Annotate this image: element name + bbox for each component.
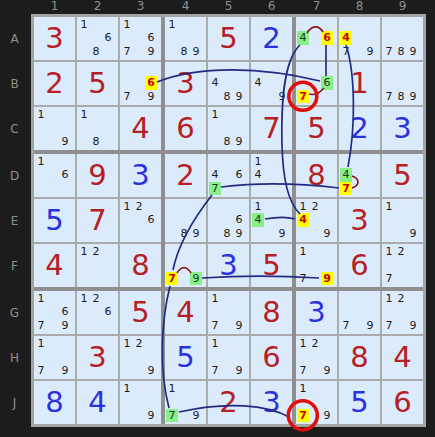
candidate-1-G9[interactable]: 1 (383, 292, 395, 305)
candidate-4-E7[interactable]: 4 (297, 213, 309, 226)
candidate-2-E3[interactable]: 2 (133, 200, 145, 213)
candidate-slot (276, 63, 288, 76)
candidate-9-B9[interactable]: 9 (407, 90, 419, 103)
candidate-slot (90, 121, 102, 134)
cell-J8[interactable]: 5 (339, 381, 380, 424)
candidate-7-A3[interactable]: 7 (121, 45, 133, 58)
cell-J5[interactable]: 2 (208, 381, 249, 424)
cell-H4[interactable]: 5 (165, 336, 206, 379)
candidate-slot (190, 18, 202, 31)
candidate-slot (133, 63, 145, 76)
cell-J2[interactable]: 4 (77, 381, 118, 424)
candidate-9-E6[interactable]: 9 (276, 227, 288, 240)
candidate-1-C5[interactable]: 1 (209, 108, 221, 121)
candidate-2-F9[interactable]: 2 (395, 245, 407, 258)
candidate-slot (395, 18, 407, 31)
candidate-slot (321, 350, 333, 363)
cell-A6[interactable]: 2 (251, 17, 292, 60)
candidate-slot (90, 31, 102, 44)
candidate-7-D8[interactable]: 7 (340, 182, 352, 195)
candidate-7-A8[interactable]: 7 (340, 45, 352, 58)
candidate-slot (178, 200, 190, 213)
cell-G9[interactable]: 1279 (382, 291, 423, 334)
candidate-slot (383, 31, 395, 44)
candidate-slot (35, 168, 47, 181)
candidate-2-H3[interactable]: 2 (133, 337, 145, 350)
candidate-slot (221, 200, 233, 213)
candidate-slot (209, 350, 221, 363)
cell-J4[interactable]: 179 (165, 381, 206, 424)
candidate-slot (309, 31, 321, 44)
candidate-slot (221, 292, 233, 305)
cell-C8[interactable]: 2 (339, 107, 380, 150)
candidate-slot (209, 213, 221, 226)
candidate-6-A7[interactable]: 6 (321, 31, 333, 44)
candidate-slot (352, 182, 364, 195)
cell-G3[interactable]: 5 (120, 291, 161, 334)
candidate-4-A7[interactable]: 4 (297, 31, 309, 44)
candidate-7-G5[interactable]: 7 (209, 319, 221, 332)
cell-E3[interactable]: 126 (120, 199, 161, 242)
candidate-slot (102, 121, 114, 134)
candidate-6-B7[interactable]: 6 (321, 76, 333, 89)
box-3: 46479789671789523 (296, 17, 423, 150)
row-label-E: E (0, 214, 29, 228)
cell-C9[interactable]: 3 (382, 107, 423, 150)
candidate-9-E5[interactable]: 9 (233, 227, 245, 240)
candidate-9-B6[interactable]: 9 (276, 90, 288, 103)
value-D2: 9 (77, 154, 118, 197)
candidate-8-E5[interactable]: 8 (221, 227, 233, 240)
column-label-7: 7 (313, 0, 321, 13)
candidates-A2: 168 (77, 17, 118, 60)
cell-B1[interactable]: 2 (34, 62, 75, 105)
candidate-slot (383, 227, 395, 240)
candidate-1-F9[interactable]: 1 (383, 245, 395, 258)
candidate-1-E7[interactable]: 1 (297, 200, 309, 213)
cell-F2[interactable]: 12 (77, 244, 118, 287)
candidate-9-J7[interactable]: 9 (321, 409, 333, 422)
row-label-G: G (0, 306, 29, 320)
candidate-slot (297, 227, 309, 240)
candidates-B3: 679 (120, 62, 161, 105)
candidate-7-B3[interactable]: 7 (121, 90, 133, 103)
candidate-7-B7[interactable]: 7 (297, 90, 309, 103)
candidate-9-J4[interactable]: 9 (190, 409, 202, 422)
candidate-8-B5[interactable]: 8 (221, 90, 233, 103)
candidates-B9: 789 (382, 62, 423, 105)
cell-D2[interactable]: 9 (77, 154, 118, 197)
candidate-4-B6[interactable]: 4 (252, 76, 264, 89)
candidate-1-E3[interactable]: 1 (121, 200, 133, 213)
candidate-9-E4[interactable]: 9 (190, 227, 202, 240)
candidate-slot (133, 227, 145, 240)
candidate-9-C5[interactable]: 9 (233, 135, 245, 148)
candidate-slot (321, 245, 333, 258)
cell-E7[interactable]: 1249 (296, 199, 337, 242)
cell-H9[interactable]: 4 (382, 336, 423, 379)
cell-F8[interactable]: 6 (339, 244, 380, 287)
candidate-1-C1[interactable]: 1 (35, 108, 47, 121)
candidate-slot (407, 18, 419, 31)
cell-B9[interactable]: 789 (382, 62, 423, 105)
candidate-slot (364, 182, 376, 195)
cell-A1[interactable]: 3 (34, 17, 75, 60)
candidate-slot (166, 213, 178, 226)
candidate-6-G2[interactable]: 6 (102, 305, 114, 318)
cell-G1[interactable]: 1679 (34, 291, 75, 334)
cell-E6[interactable]: 149 (251, 199, 292, 242)
value-J2: 4 (77, 381, 118, 424)
candidate-slot (145, 382, 157, 395)
value-A1: 3 (34, 17, 75, 60)
cell-C7[interactable]: 5 (296, 107, 337, 150)
cell-J3[interactable]: 19 (120, 381, 161, 424)
value-B4: 3 (165, 62, 206, 105)
candidate-8-B9[interactable]: 8 (395, 90, 407, 103)
cell-H1[interactable]: 179 (34, 336, 75, 379)
value-J8: 5 (339, 381, 380, 424)
candidate-1-H5[interactable]: 1 (209, 337, 221, 350)
cell-B3[interactable]: 679 (120, 62, 161, 105)
candidate-4-E6[interactable]: 4 (252, 213, 264, 226)
cell-D7[interactable]: 8 (296, 154, 337, 197)
cell-A4[interactable]: 189 (165, 17, 206, 60)
candidate-slot (47, 182, 59, 195)
cell-C4[interactable]: 6 (165, 107, 206, 150)
candidate-2-H7[interactable]: 2 (309, 337, 321, 350)
cell-G7[interactable]: 3 (296, 291, 337, 334)
candidate-1-G2[interactable]: 1 (78, 292, 90, 305)
candidate-slot (340, 155, 352, 168)
cell-F4[interactable]: 79 (165, 244, 206, 287)
cell-F9[interactable]: 127 (382, 244, 423, 287)
cell-A2[interactable]: 168 (77, 17, 118, 60)
cell-G4[interactable]: 4 (165, 291, 206, 334)
value-G3: 5 (120, 291, 161, 334)
cell-G8[interactable]: 79 (339, 291, 380, 334)
candidate-slot (407, 305, 419, 318)
value-E2: 7 (77, 199, 118, 242)
value-C3: 4 (120, 107, 161, 150)
value-J9: 6 (382, 381, 423, 424)
cell-F5[interactable]: 3 (208, 244, 249, 287)
cell-B7[interactable]: 67 (296, 62, 337, 105)
candidate-slot (133, 395, 145, 408)
candidate-9-H5[interactable]: 9 (233, 364, 245, 377)
cell-H5[interactable]: 179 (208, 336, 249, 379)
cell-C3[interactable]: 4 (120, 107, 161, 150)
candidate-slot (166, 245, 178, 258)
candidate-slot (102, 319, 114, 332)
column-label-5: 5 (225, 0, 233, 13)
candidate-8-A4[interactable]: 8 (178, 45, 190, 58)
value-F8: 6 (339, 244, 380, 287)
candidates-E6: 149 (251, 199, 292, 242)
candidate-7-J4[interactable]: 7 (166, 409, 178, 422)
candidate-slot (309, 45, 321, 58)
candidate-6-G1[interactable]: 6 (59, 305, 71, 318)
candidate-7-A9[interactable]: 7 (383, 45, 395, 58)
candidate-slot (221, 155, 233, 168)
candidate-8-C2[interactable]: 8 (90, 135, 102, 148)
candidate-slot (221, 213, 233, 226)
cell-E5[interactable]: 689 (208, 199, 249, 242)
cell-A5[interactable]: 5 (208, 17, 249, 60)
cell-C5[interactable]: 189 (208, 107, 249, 150)
candidate-6-E3[interactable]: 6 (145, 213, 157, 226)
candidate-7-G9[interactable]: 7 (383, 319, 395, 332)
candidate-1-D1[interactable]: 1 (35, 155, 47, 168)
cell-C1[interactable]: 19 (34, 107, 75, 150)
cell-C6[interactable]: 7 (251, 107, 292, 150)
candidate-slot (221, 364, 233, 377)
candidate-1-G5[interactable]: 1 (209, 292, 221, 305)
candidate-slot (133, 382, 145, 395)
candidate-1-H3[interactable]: 1 (121, 337, 133, 350)
cell-E4[interactable]: 89 (165, 199, 206, 242)
candidate-2-G2[interactable]: 2 (90, 292, 102, 305)
candidate-slot (252, 227, 264, 240)
cell-G2[interactable]: 126 (77, 291, 118, 334)
candidate-slot (47, 350, 59, 363)
column-label-4: 4 (182, 0, 190, 13)
candidate-7-B9[interactable]: 7 (383, 90, 395, 103)
cell-B8[interactable]: 1 (339, 62, 380, 105)
cell-J7[interactable]: 179 (296, 381, 337, 424)
candidate-1-H1[interactable]: 1 (35, 337, 47, 350)
candidate-9-E7[interactable]: 9 (321, 227, 333, 240)
cell-H7[interactable]: 1279 (296, 336, 337, 379)
candidate-8-A9[interactable]: 8 (395, 45, 407, 58)
candidate-slot (209, 135, 221, 148)
candidate-1-G1[interactable]: 1 (35, 292, 47, 305)
candidate-1-E9[interactable]: 1 (383, 200, 395, 213)
candidate-7-H5[interactable]: 7 (209, 364, 221, 377)
candidate-6-E5[interactable]: 6 (233, 213, 245, 226)
candidate-2-F2[interactable]: 2 (90, 245, 102, 258)
candidate-slot (264, 155, 276, 168)
candidate-slot (78, 45, 90, 58)
cell-H6[interactable]: 6 (251, 336, 292, 379)
cell-H3[interactable]: 129 (120, 336, 161, 379)
value-J1: 8 (34, 381, 75, 424)
candidate-slot (233, 155, 245, 168)
candidates-D5: 467 (208, 154, 249, 197)
cell-E9[interactable]: 19 (382, 199, 423, 242)
candidate-4-D6[interactable]: 4 (252, 168, 264, 181)
candidate-slot (221, 182, 233, 195)
cell-D4[interactable]: 2 (165, 154, 206, 197)
cell-B2[interactable]: 5 (77, 62, 118, 105)
candidate-slot (309, 350, 321, 363)
cell-D5[interactable]: 467 (208, 154, 249, 197)
cell-E2[interactable]: 7 (77, 199, 118, 242)
candidate-slot (352, 31, 364, 44)
cell-A8[interactable]: 479 (339, 17, 380, 60)
candidate-slot (383, 76, 395, 89)
candidate-6-A2[interactable]: 6 (102, 31, 114, 44)
cell-D6[interactable]: 14 (251, 154, 292, 197)
cell-F3[interactable]: 8 (120, 244, 161, 287)
candidate-slot (233, 292, 245, 305)
cell-D9[interactable]: 5 (382, 154, 423, 197)
cell-F7[interactable]: 179 (296, 244, 337, 287)
candidate-1-J4[interactable]: 1 (166, 382, 178, 395)
cell-A9[interactable]: 789 (382, 17, 423, 60)
candidate-9-A8[interactable]: 9 (364, 45, 376, 58)
candidate-slot (35, 121, 47, 134)
cell-J1[interactable]: 8 (34, 381, 75, 424)
candidate-7-J7[interactable]: 7 (297, 409, 309, 422)
cell-B6[interactable]: 49 (251, 62, 292, 105)
candidate-slot (221, 76, 233, 89)
candidate-9-H1[interactable]: 9 (59, 364, 71, 377)
candidates-C2: 18 (77, 107, 118, 150)
candidate-9-G5[interactable]: 9 (233, 319, 245, 332)
candidate-9-A9[interactable]: 9 (407, 45, 419, 58)
row-label-J: J (0, 396, 29, 410)
cell-D8[interactable]: 47 (339, 154, 380, 197)
candidate-slot (233, 337, 245, 350)
cell-H2[interactable]: 3 (77, 336, 118, 379)
value-A6: 2 (251, 17, 292, 60)
candidate-7-D5[interactable]: 7 (209, 182, 221, 195)
candidate-9-C1[interactable]: 9 (59, 135, 71, 148)
cell-G5[interactable]: 179 (208, 291, 249, 334)
candidate-7-F4[interactable]: 7 (166, 272, 178, 285)
candidate-9-B3[interactable]: 9 (145, 90, 157, 103)
cell-D3[interactable]: 3 (120, 154, 161, 197)
candidate-slot (276, 200, 288, 213)
candidate-9-G8[interactable]: 9 (364, 319, 376, 332)
cell-J9[interactable]: 6 (382, 381, 423, 424)
candidate-slot (78, 258, 90, 271)
candidate-slot (166, 31, 178, 44)
candidate-9-B5[interactable]: 9 (233, 90, 245, 103)
cell-G6[interactable]: 8 (251, 291, 292, 334)
box-4: 1693571264128 (34, 154, 161, 287)
candidate-9-A4[interactable]: 9 (190, 45, 202, 58)
cell-A3[interactable]: 1679 (120, 17, 161, 60)
candidate-7-H1[interactable]: 7 (35, 364, 47, 377)
candidate-1-D6[interactable]: 1 (252, 155, 264, 168)
candidate-7-F9[interactable]: 7 (383, 272, 395, 285)
candidate-slot (166, 258, 178, 271)
candidate-9-H3[interactable]: 9 (145, 364, 157, 377)
candidate-4-A8[interactable]: 4 (340, 31, 352, 44)
candidate-1-H7[interactable]: 1 (297, 337, 309, 350)
candidate-9-J3[interactable]: 9 (145, 409, 157, 422)
candidate-1-E6[interactable]: 1 (252, 200, 264, 213)
cell-H8[interactable]: 8 (339, 336, 380, 379)
cell-B4[interactable]: 3 (165, 62, 206, 105)
candidate-1-C2[interactable]: 1 (78, 108, 90, 121)
candidate-2-E7[interactable]: 2 (309, 200, 321, 213)
candidate-6-D5[interactable]: 6 (233, 168, 245, 181)
candidate-9-F4[interactable]: 9 (190, 272, 202, 285)
candidates-D6: 14 (251, 154, 292, 197)
candidate-9-H7[interactable]: 9 (321, 364, 333, 377)
candidate-9-F7[interactable]: 9 (321, 272, 333, 285)
candidate-6-B3[interactable]: 6 (145, 76, 157, 89)
candidate-7-F7[interactable]: 7 (297, 272, 309, 285)
candidate-slot (102, 245, 114, 258)
candidate-8-A2[interactable]: 8 (90, 45, 102, 58)
candidate-slot (59, 292, 71, 305)
candidate-slot (59, 155, 71, 168)
candidate-slot (264, 76, 276, 89)
candidate-slot (321, 258, 333, 271)
cell-E8[interactable]: 3 (339, 199, 380, 242)
candidates-H3: 129 (120, 336, 161, 379)
candidate-1-F7[interactable]: 1 (297, 245, 309, 258)
candidate-1-A3[interactable]: 1 (121, 18, 133, 31)
candidate-slot (276, 182, 288, 195)
candidate-slot (233, 76, 245, 89)
candidate-9-G1[interactable]: 9 (59, 319, 71, 332)
candidate-4-D8[interactable]: 4 (340, 168, 352, 181)
candidate-slot (90, 305, 102, 318)
cell-J6[interactable]: 3 (251, 381, 292, 424)
candidate-9-E9[interactable]: 9 (407, 227, 419, 240)
candidate-1-J3[interactable]: 1 (121, 382, 133, 395)
candidate-1-F2[interactable]: 1 (78, 245, 90, 258)
cell-E1[interactable]: 5 (34, 199, 75, 242)
candidate-6-A3[interactable]: 6 (145, 31, 157, 44)
candidate-8-C5[interactable]: 8 (221, 135, 233, 148)
row-label-B: B (0, 77, 29, 91)
candidate-slot (190, 395, 202, 408)
cell-A7[interactable]: 46 (296, 17, 337, 60)
candidate-7-G1[interactable]: 7 (35, 319, 47, 332)
candidate-slot (395, 305, 407, 318)
candidate-slot (145, 350, 157, 363)
candidate-slot (102, 108, 114, 121)
candidate-1-A2[interactable]: 1 (78, 18, 90, 31)
column-label-6: 6 (268, 0, 276, 13)
candidate-slot (190, 200, 202, 213)
cell-D1[interactable]: 16 (34, 154, 75, 197)
cell-F6[interactable]: 5 (251, 244, 292, 287)
cell-B5[interactable]: 489 (208, 62, 249, 105)
candidate-6-D1[interactable]: 6 (59, 168, 71, 181)
candidate-slot (78, 272, 90, 285)
candidate-8-E4[interactable]: 8 (178, 227, 190, 240)
candidate-slot (407, 76, 419, 89)
candidate-4-D5[interactable]: 4 (209, 168, 221, 181)
candidate-slot (221, 319, 233, 332)
candidate-slot (121, 409, 133, 422)
candidate-slot (59, 337, 71, 350)
candidate-7-H7[interactable]: 7 (297, 364, 309, 377)
candidates-G1: 1679 (34, 291, 75, 334)
candidate-slot (264, 90, 276, 103)
candidate-7-G8[interactable]: 7 (340, 319, 352, 332)
candidate-4-B5[interactable]: 4 (209, 76, 221, 89)
candidate-2-G9[interactable]: 2 (395, 292, 407, 305)
value-H8: 8 (339, 336, 380, 379)
cell-F1[interactable]: 4 (34, 244, 75, 287)
candidate-9-G9[interactable]: 9 (407, 319, 419, 332)
candidate-1-A4[interactable]: 1 (166, 18, 178, 31)
candidate-slot (364, 305, 376, 318)
candidate-slot (190, 258, 202, 271)
candidate-9-A3[interactable]: 9 (145, 45, 157, 58)
candidate-slot (102, 18, 114, 31)
candidate-1-J7[interactable]: 1 (297, 382, 309, 395)
cell-C2[interactable]: 18 (77, 107, 118, 150)
